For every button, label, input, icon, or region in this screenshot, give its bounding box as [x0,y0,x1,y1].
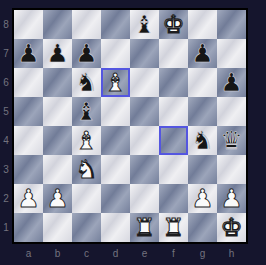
square-h3[interactable] [217,155,246,184]
square-a2[interactable]: ♟ [14,184,43,213]
square-c5[interactable]: ♝ [72,97,101,126]
file-label-d: d [101,246,130,262]
square-g8[interactable] [188,10,217,39]
square-g3[interactable] [188,155,217,184]
square-g4[interactable]: ♞ [188,126,217,155]
square-g5[interactable] [188,97,217,126]
square-b7[interactable]: ♟ [43,39,72,68]
square-c8[interactable] [72,10,101,39]
square-d6[interactable]: ♝ [101,68,130,97]
square-b2[interactable]: ♟ [43,184,72,213]
square-a4[interactable] [14,126,43,155]
square-f2[interactable] [159,184,188,213]
square-f6[interactable] [159,68,188,97]
file-label-f: f [159,246,188,262]
chess-board: ♝♚♟♟♟♟♞♝♟♝♝♞♛♞♟♟♟♟♜♜♚ [12,8,248,244]
square-g1[interactable] [188,213,217,242]
square-d7[interactable] [101,39,130,68]
black-bishop[interactable]: ♝ [75,97,97,126]
file-label-a: a [14,246,43,262]
square-d8[interactable] [101,10,130,39]
rank-label-3: 3 [0,155,12,184]
black-pawn[interactable]: ♟ [17,39,39,68]
square-e8[interactable]: ♝ [130,10,159,39]
square-f1[interactable]: ♜ [159,213,188,242]
square-f8[interactable]: ♚ [159,10,188,39]
black-pawn[interactable]: ♟ [75,39,97,68]
square-h2[interactable]: ♟ [217,184,246,213]
square-g2[interactable]: ♟ [188,184,217,213]
square-g7[interactable]: ♟ [188,39,217,68]
square-a6[interactable] [14,68,43,97]
square-c4[interactable]: ♝ [72,126,101,155]
black-pawn[interactable]: ♟ [46,39,68,68]
square-h7[interactable] [217,39,246,68]
file-label-b: b [43,246,72,262]
square-h5[interactable] [217,97,246,126]
square-h6[interactable]: ♟ [217,68,246,97]
white-pawn[interactable]: ♟ [46,184,68,213]
rank-label-2: 2 [0,184,12,213]
square-d3[interactable] [101,155,130,184]
square-d4[interactable] [101,126,130,155]
square-e7[interactable] [130,39,159,68]
black-knight[interactable]: ♞ [75,68,97,97]
square-e3[interactable] [130,155,159,184]
square-e6[interactable] [130,68,159,97]
rank-label-5: 5 [0,97,12,126]
black-pawn[interactable]: ♟ [220,68,242,97]
file-labels: abcdefgh [14,246,246,262]
square-a7[interactable]: ♟ [14,39,43,68]
white-pawn[interactable]: ♟ [220,184,242,213]
square-f7[interactable] [159,39,188,68]
square-a3[interactable] [14,155,43,184]
white-knight[interactable]: ♞ [75,155,97,184]
square-e4[interactable] [130,126,159,155]
square-c3[interactable]: ♞ [72,155,101,184]
square-f3[interactable] [159,155,188,184]
square-a1[interactable] [14,213,43,242]
chess-app-window: { "game": "chess", "position": "4bK2/ppp… [0,0,266,265]
square-e1[interactable]: ♜ [130,213,159,242]
rank-label-7: 7 [0,39,12,68]
square-c7[interactable]: ♟ [72,39,101,68]
white-bishop[interactable]: ♝ [75,126,97,155]
square-f4[interactable] [159,126,188,155]
white-king[interactable]: ♚ [162,10,184,39]
square-e2[interactable] [130,184,159,213]
white-rook[interactable]: ♜ [133,213,155,242]
square-c1[interactable] [72,213,101,242]
file-label-h: h [217,246,246,262]
black-knight[interactable]: ♞ [191,126,213,155]
square-a5[interactable] [14,97,43,126]
square-c2[interactable] [72,184,101,213]
square-a8[interactable] [14,10,43,39]
file-label-g: g [188,246,217,262]
square-e5[interactable] [130,97,159,126]
white-king[interactable]: ♚ [220,213,242,242]
square-h1[interactable]: ♚ [217,213,246,242]
rank-labels: 87654321 [0,10,12,242]
square-c6[interactable]: ♞ [72,68,101,97]
white-pawn[interactable]: ♟ [17,184,39,213]
square-d5[interactable] [101,97,130,126]
rank-label-6: 6 [0,68,12,97]
square-d1[interactable] [101,213,130,242]
square-b5[interactable] [43,97,72,126]
rank-label-4: 4 [0,126,12,155]
black-bishop[interactable]: ♝ [133,10,155,39]
black-pawn[interactable]: ♟ [191,39,213,68]
square-b3[interactable] [43,155,72,184]
black-queen[interactable]: ♛ [220,126,242,155]
square-d2[interactable] [101,184,130,213]
file-label-e: e [130,246,159,262]
white-rook[interactable]: ♜ [162,213,184,242]
white-pawn[interactable]: ♟ [191,184,213,213]
rank-label-1: 1 [0,213,12,242]
rank-label-8: 8 [0,10,12,39]
square-b6[interactable] [43,68,72,97]
file-label-c: c [72,246,101,262]
square-h4[interactable]: ♛ [217,126,246,155]
square-h8[interactable] [217,10,246,39]
square-b4[interactable] [43,126,72,155]
square-g6[interactable] [188,68,217,97]
square-f5[interactable] [159,97,188,126]
square-b1[interactable] [43,213,72,242]
white-bishop[interactable]: ♝ [104,68,126,97]
square-b8[interactable] [43,10,72,39]
